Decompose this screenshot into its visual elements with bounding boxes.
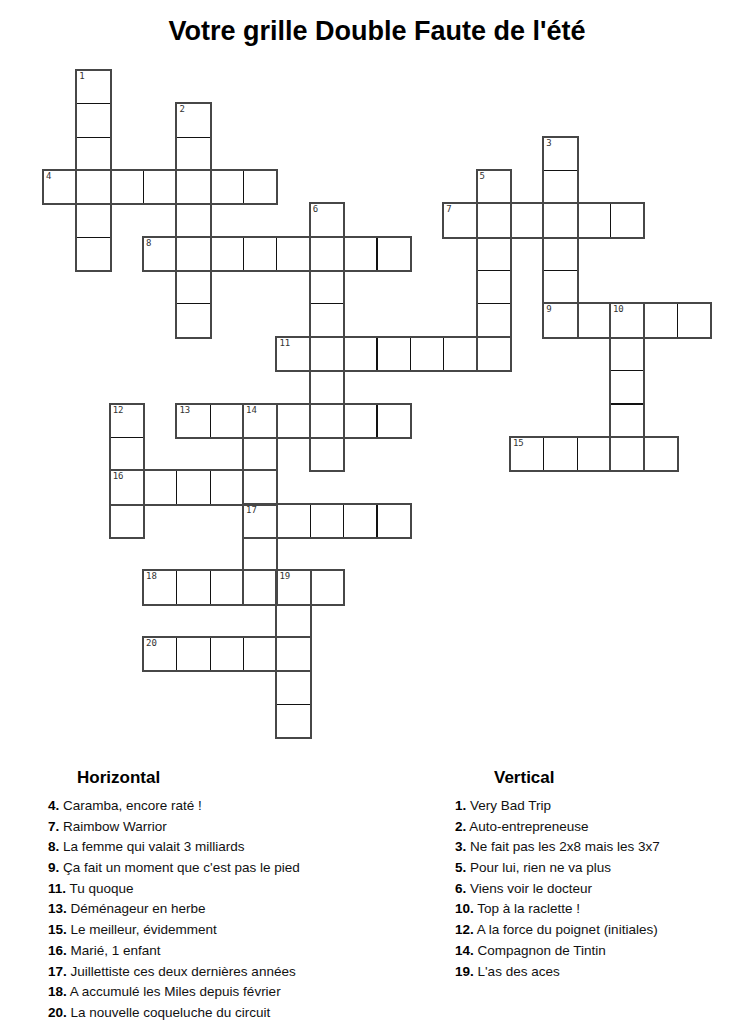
- grid-cell: [443, 337, 477, 371]
- grid-cell: [210, 470, 244, 504]
- clue-number: 1.: [455, 798, 466, 813]
- grid-cell: 14: [243, 404, 277, 438]
- grid-cell: [210, 637, 244, 671]
- clue-number: 13.: [48, 901, 67, 916]
- clue-item: 4. Caramba, encore raté !: [48, 796, 300, 817]
- cell-number: 6: [313, 204, 318, 215]
- grid-cell: [477, 337, 511, 371]
- cell-number: 13: [179, 405, 190, 416]
- grid-cell: 1: [76, 70, 110, 104]
- cell-number: 1: [79, 71, 84, 82]
- grid-cell: [343, 504, 377, 538]
- grid-cell: [377, 337, 411, 371]
- clue-item: 16. Marié, 1 enfant: [48, 941, 300, 962]
- grid-cell: [577, 203, 611, 237]
- grid-cell: 5: [477, 170, 511, 204]
- grid-cell: [477, 203, 511, 237]
- clue-item: 18. A accumulé les Miles depuis février: [48, 982, 300, 1003]
- grid-cell: 18: [143, 570, 177, 604]
- grid-cell: [343, 404, 377, 438]
- grid-cell: [677, 303, 711, 337]
- clue-item: 6. Viens voir le docteur: [455, 879, 660, 900]
- clue-number: 11.: [48, 881, 66, 896]
- grid-cell: [477, 303, 511, 337]
- clue-number: 5.: [455, 860, 466, 875]
- clue-item: 19. L'as des aces: [455, 962, 660, 983]
- grid-cell: [276, 237, 310, 271]
- grid-cell: [643, 437, 677, 471]
- clue-item: 9. Ça fait un moment que c'est pas le pi…: [48, 858, 300, 879]
- grid-cell: [76, 137, 110, 171]
- grid-cell: [643, 303, 677, 337]
- grid-cell: [76, 237, 110, 271]
- grid-cell: [176, 237, 210, 271]
- clue-item: 13. Déménageur en herbe: [48, 899, 300, 920]
- grid-cell: [510, 203, 544, 237]
- cell-number: 9: [546, 304, 551, 315]
- grid-cell: [310, 570, 344, 604]
- grid-cell: [310, 370, 344, 404]
- grid-cell: [543, 203, 577, 237]
- grid-cell: 13: [176, 404, 210, 438]
- clue-number: 3.: [455, 839, 466, 854]
- cell-number: 4: [46, 171, 51, 182]
- grid-cell: [310, 303, 344, 337]
- clue-number: 15.: [48, 922, 67, 937]
- grid-cell: [343, 337, 377, 371]
- grid-cell: [76, 103, 110, 137]
- clue-number: 12.: [455, 922, 474, 937]
- cell-number: 15: [513, 438, 524, 449]
- grid-cell: [310, 270, 344, 304]
- grid-cell: [543, 237, 577, 271]
- clue-item: 14. Compagnon de Tintin: [455, 941, 660, 962]
- grid-cell: 16: [110, 470, 144, 504]
- cell-number: 17: [246, 505, 257, 516]
- grid-cell: [410, 337, 444, 371]
- grid-cell: 11: [276, 337, 310, 371]
- clue-item: 12. A la force du poignet (initiales): [455, 920, 660, 941]
- clue-number: 6.: [455, 881, 466, 896]
- cell-number: 5: [480, 171, 485, 182]
- grid-cell: [176, 637, 210, 671]
- clue-item: 3. Ne fait pas les 2x8 mais les 3x7: [455, 837, 660, 858]
- clue-number: 18.: [48, 984, 67, 999]
- grid-cell: [377, 504, 411, 538]
- grid-cell: [176, 270, 210, 304]
- grid-cell: [477, 237, 511, 271]
- grid-cell: 9: [543, 303, 577, 337]
- grid-cell: [110, 437, 144, 471]
- clue-number: 8.: [48, 839, 59, 854]
- grid-cell: [276, 504, 310, 538]
- clue-number: 16.: [48, 943, 67, 958]
- grid-cell: [610, 337, 644, 371]
- grid-cell: [610, 437, 644, 471]
- grid-cell: [176, 137, 210, 171]
- grid-cell: [210, 570, 244, 604]
- clue-number: 2.: [455, 819, 466, 834]
- cell-number: 2: [179, 104, 184, 115]
- grid-cell: 17: [243, 504, 277, 538]
- clue-item: 2. Auto-entrepreneuse: [455, 817, 660, 838]
- clue-number: 7.: [48, 819, 59, 834]
- clue-item: 10. Top à la raclette !: [455, 899, 660, 920]
- clue-item: 20. La nouvelle coqueluche du circuit: [48, 1003, 300, 1024]
- grid-cell: [243, 537, 277, 571]
- crossword-grid: 1234567891011121314151617181920: [43, 70, 712, 739]
- grid-cell: [610, 203, 644, 237]
- horizontal-clues-title: Horizontal: [77, 768, 160, 788]
- clue-item: 11. Tu quoque: [48, 879, 300, 900]
- grid-cell: 12: [110, 404, 144, 438]
- clue-number: 14.: [455, 943, 474, 958]
- grid-cell: [210, 170, 244, 204]
- grid-cell: [310, 404, 344, 438]
- grid-cell: [276, 637, 310, 671]
- clue-number: 9.: [48, 860, 59, 875]
- grid-cell: [110, 504, 144, 538]
- vertical-clues-title: Vertical: [494, 768, 555, 788]
- grid-cell: 20: [143, 637, 177, 671]
- grid-cell: [143, 170, 177, 204]
- grid-cell: [377, 237, 411, 271]
- grid-cell: [76, 203, 110, 237]
- grid-cell: [577, 303, 611, 337]
- grid-cell: [610, 370, 644, 404]
- grid-cell: [310, 504, 344, 538]
- grid-cell: [176, 570, 210, 604]
- grid-cell: [577, 437, 611, 471]
- grid-cell: [310, 237, 344, 271]
- grid-cell: [176, 303, 210, 337]
- grid-cell: [543, 437, 577, 471]
- grid-cell: [76, 170, 110, 204]
- grid-cell: 8: [143, 237, 177, 271]
- cell-number: 14: [246, 405, 257, 416]
- grid-cell: [110, 170, 144, 204]
- clue-number: 4.: [48, 798, 59, 813]
- clue-item: 7. Raimbow Warrior: [48, 817, 300, 838]
- grid-cell: 2: [176, 103, 210, 137]
- cell-number: 8: [146, 238, 151, 249]
- grid-cell: [243, 637, 277, 671]
- clue-number: 19.: [455, 964, 474, 979]
- grid-cell: 10: [610, 303, 644, 337]
- vertical-clues: 1. Very Bad Trip2. Auto-entrepreneuse3. …: [455, 796, 660, 982]
- grid-cell: [343, 237, 377, 271]
- cell-number: 18: [146, 571, 157, 582]
- grid-cell: [210, 237, 244, 271]
- grid-cell: [543, 170, 577, 204]
- cell-number: 16: [113, 471, 124, 482]
- clue-number: 10.: [455, 901, 474, 916]
- clue-item: 8. La femme qui valait 3 milliards: [48, 837, 300, 858]
- clue-item: 5. Pour lui, rien ne va plus: [455, 858, 660, 879]
- grid-cell: [176, 170, 210, 204]
- grid-cell: [210, 404, 244, 438]
- grid-cell: 19: [276, 570, 310, 604]
- grid-cell: [243, 170, 277, 204]
- grid-cell: 7: [443, 203, 477, 237]
- grid-cell: [176, 203, 210, 237]
- grid-cell: [276, 704, 310, 738]
- clue-number: 20.: [48, 1005, 67, 1020]
- horizontal-clues: 4. Caramba, encore raté !7. Raimbow Warr…: [48, 796, 300, 1024]
- clue-item: 15. Le meilleur, évidemment: [48, 920, 300, 941]
- clue-number: 17.: [48, 964, 67, 979]
- grid-cell: [243, 470, 277, 504]
- cell-number: 20: [146, 638, 157, 649]
- grid-cell: [310, 437, 344, 471]
- grid-cell: [276, 670, 310, 704]
- cell-number: 12: [113, 405, 124, 416]
- grid-cell: [610, 404, 644, 438]
- grid-cell: [243, 237, 277, 271]
- cell-number: 3: [546, 138, 551, 149]
- cell-number: 7: [446, 204, 451, 215]
- clue-item: 17. Juillettiste ces deux dernières anné…: [48, 962, 300, 983]
- cell-number: 11: [279, 338, 290, 349]
- grid-cell: [477, 270, 511, 304]
- grid-cell: 6: [310, 203, 344, 237]
- grid-cell: [176, 470, 210, 504]
- grid-cell: 15: [510, 437, 544, 471]
- cell-number: 19: [279, 571, 290, 582]
- grid-cell: [276, 604, 310, 638]
- grid-cell: [276, 404, 310, 438]
- cell-number: 10: [613, 304, 624, 315]
- page-title: Votre grille Double Faute de l'été: [0, 16, 754, 47]
- grid-cell: [143, 470, 177, 504]
- grid-cell: [543, 270, 577, 304]
- grid-cell: [243, 570, 277, 604]
- grid-cell: 3: [543, 137, 577, 171]
- grid-cell: [310, 337, 344, 371]
- grid-cell: 4: [43, 170, 77, 204]
- crossword-page: Votre grille Double Faute de l'été 12345…: [0, 0, 754, 1024]
- clue-item: 1. Very Bad Trip: [455, 796, 660, 817]
- grid-cell: [377, 404, 411, 438]
